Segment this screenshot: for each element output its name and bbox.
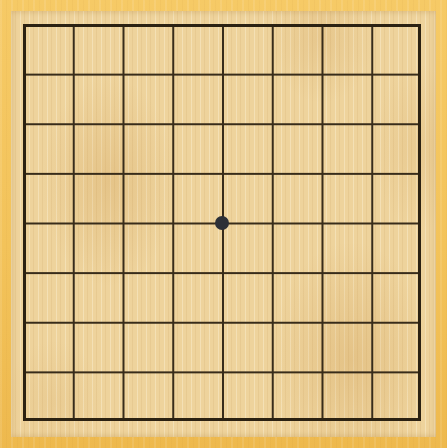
intersection-D1[interactable] [147, 396, 197, 446]
intersection-F6[interactable] [247, 148, 297, 198]
intersection-E3[interactable] [197, 297, 247, 347]
intersection-H5[interactable] [346, 198, 396, 248]
intersection-A4[interactable] [0, 247, 48, 297]
intersection-E4[interactable] [197, 247, 247, 297]
intersection-B3[interactable] [48, 297, 98, 347]
intersection-C6[interactable] [98, 148, 148, 198]
intersection-C1[interactable] [98, 396, 148, 446]
intersection-J4[interactable] [396, 247, 446, 297]
intersection-E2[interactable] [197, 347, 247, 397]
intersection-E1[interactable] [197, 396, 247, 446]
intersection-G4[interactable] [297, 247, 347, 297]
intersection-G8[interactable] [297, 49, 347, 99]
intersection-B9[interactable] [48, 0, 98, 49]
intersection-A8[interactable] [0, 49, 48, 99]
intersection-A3[interactable] [0, 297, 48, 347]
intersection-G1[interactable] [297, 396, 347, 446]
intersection-J3[interactable] [396, 297, 446, 347]
intersection-F5[interactable] [247, 198, 297, 248]
intersection-G5[interactable] [297, 198, 347, 248]
intersection-C2[interactable] [98, 347, 148, 397]
intersection-J2[interactable] [396, 347, 446, 397]
go-board-surface [11, 11, 436, 437]
intersection-B8[interactable] [48, 49, 98, 99]
intersection-F7[interactable] [247, 98, 297, 148]
intersection-F2[interactable] [247, 347, 297, 397]
intersection-A2[interactable] [0, 347, 48, 397]
intersection-A5[interactable] [0, 198, 48, 248]
star-point-tengen [215, 216, 229, 230]
intersection-H3[interactable] [346, 297, 396, 347]
intersection-C8[interactable] [98, 49, 148, 99]
intersection-H4[interactable] [346, 247, 396, 297]
intersection-C7[interactable] [98, 98, 148, 148]
intersection-B5[interactable] [48, 198, 98, 248]
intersection-C3[interactable] [98, 297, 148, 347]
intersection-F9[interactable] [247, 0, 297, 49]
intersection-A1[interactable] [0, 396, 48, 446]
intersection-C5[interactable] [98, 198, 148, 248]
intersection-A7[interactable] [0, 98, 48, 148]
intersection-E8[interactable] [197, 49, 247, 99]
intersection-B1[interactable] [48, 396, 98, 446]
intersection-F8[interactable] [247, 49, 297, 99]
intersection-A9[interactable] [0, 0, 48, 49]
intersection-E7[interactable] [197, 98, 247, 148]
intersection-H8[interactable] [346, 49, 396, 99]
intersection-E6[interactable] [197, 148, 247, 198]
intersection-B7[interactable] [48, 98, 98, 148]
intersection-F4[interactable] [247, 247, 297, 297]
intersection-J1[interactable] [396, 396, 446, 446]
intersection-D4[interactable] [147, 247, 197, 297]
intersection-J5[interactable] [396, 198, 446, 248]
intersection-F3[interactable] [247, 297, 297, 347]
intersection-J9[interactable] [396, 0, 446, 49]
intersection-F1[interactable] [247, 396, 297, 446]
intersection-D2[interactable] [147, 347, 197, 397]
intersection-G7[interactable] [297, 98, 347, 148]
intersection-G6[interactable] [297, 148, 347, 198]
go-board [0, 0, 446, 446]
intersection-B4[interactable] [48, 247, 98, 297]
intersection-D3[interactable] [147, 297, 197, 347]
intersection-H7[interactable] [346, 98, 396, 148]
intersection-J8[interactable] [396, 49, 446, 99]
intersection-G3[interactable] [297, 297, 347, 347]
intersection-D7[interactable] [147, 98, 197, 148]
intersection-D5[interactable] [147, 198, 197, 248]
intersection-J7[interactable] [396, 98, 446, 148]
intersection-J6[interactable] [396, 148, 446, 198]
intersection-D9[interactable] [147, 0, 197, 49]
intersection-E9[interactable] [197, 0, 247, 49]
intersection-E5[interactable] [197, 198, 247, 248]
intersection-D8[interactable] [147, 49, 197, 99]
intersection-B2[interactable] [48, 347, 98, 397]
intersection-H9[interactable] [346, 0, 396, 49]
intersection-G2[interactable] [297, 347, 347, 397]
intersection-B6[interactable] [48, 148, 98, 198]
intersection-A6[interactable] [0, 148, 48, 198]
intersection-G9[interactable] [297, 0, 347, 49]
intersection-H1[interactable] [346, 396, 396, 446]
intersection-D6[interactable] [147, 148, 197, 198]
go-board-frame [0, 0, 447, 448]
intersection-H6[interactable] [346, 148, 396, 198]
intersection-C9[interactable] [98, 0, 148, 49]
intersection-H2[interactable] [346, 347, 396, 397]
intersection-C4[interactable] [98, 247, 148, 297]
